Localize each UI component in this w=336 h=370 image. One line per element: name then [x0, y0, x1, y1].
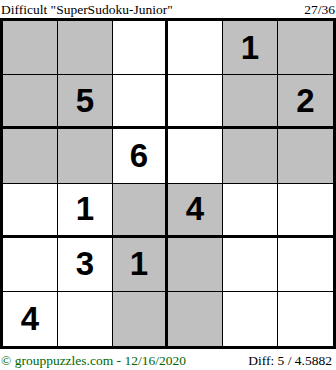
cell-r3c1-empty[interactable]: [3, 129, 58, 183]
cell-r3c6-empty[interactable]: [278, 129, 333, 183]
cell-r5c1-empty[interactable]: [3, 238, 58, 292]
puzzle-title: Difficult "SuperSudoku-Junior": [1, 2, 173, 18]
cell-r4c2-given: 1: [58, 184, 113, 238]
cell-r1c2-empty[interactable]: [58, 21, 113, 75]
difficulty-rating: Diff: 5 / 4.5882: [248, 353, 332, 369]
cell-r2c1-empty[interactable]: [3, 75, 58, 129]
cell-r4c3-empty[interactable]: [113, 184, 168, 238]
cell-r5c5-empty[interactable]: [223, 238, 278, 292]
cell-r6c1-given: 4: [3, 292, 58, 346]
cell-r4c4-given: 4: [168, 184, 223, 238]
header-bar: Difficult "SuperSudoku-Junior" 27/36: [0, 0, 336, 18]
cell-r5c2-given: 3: [58, 238, 113, 292]
cell-r6c4-empty[interactable]: [168, 292, 223, 346]
sudoku-board: 152614314: [0, 18, 336, 349]
cell-r3c5-empty[interactable]: [223, 129, 278, 183]
cell-r1c4-empty[interactable]: [168, 21, 223, 75]
cell-r4c5-empty[interactable]: [223, 184, 278, 238]
cell-r1c5-given: 1: [223, 21, 278, 75]
cell-r5c6-empty[interactable]: [278, 238, 333, 292]
cell-r6c3-empty[interactable]: [113, 292, 168, 346]
cell-r1c1-empty[interactable]: [3, 21, 58, 75]
cell-r4c6-empty[interactable]: [278, 184, 333, 238]
cell-r2c3-empty[interactable]: [113, 75, 168, 129]
cell-r2c5-empty[interactable]: [223, 75, 278, 129]
cell-r2c6-given: 2: [278, 75, 333, 129]
cell-r6c6-empty[interactable]: [278, 292, 333, 346]
puzzle-page: Difficult "SuperSudoku-Junior" 27/36 152…: [0, 0, 336, 370]
copyright-text: © grouppuzzles.com - 12/16/2020: [1, 353, 186, 369]
cell-r2c4-empty[interactable]: [168, 75, 223, 129]
cell-r2c2-given: 5: [58, 75, 113, 129]
cell-r6c2-empty[interactable]: [58, 292, 113, 346]
cell-r6c5-empty[interactable]: [223, 292, 278, 346]
cell-r1c6-empty[interactable]: [278, 21, 333, 75]
cell-r5c4-empty[interactable]: [168, 238, 223, 292]
cell-r3c2-empty[interactable]: [58, 129, 113, 183]
cell-r1c3-empty[interactable]: [113, 21, 168, 75]
footer-bar: © grouppuzzles.com - 12/16/2020 Diff: 5 …: [0, 349, 336, 370]
cell-r3c3-given: 6: [113, 129, 168, 183]
cell-r4c1-empty[interactable]: [3, 184, 58, 238]
remaining-cells-counter: 27/36: [304, 2, 335, 18]
cell-r5c3-given: 1: [113, 238, 168, 292]
cell-r3c4-empty[interactable]: [168, 129, 223, 183]
